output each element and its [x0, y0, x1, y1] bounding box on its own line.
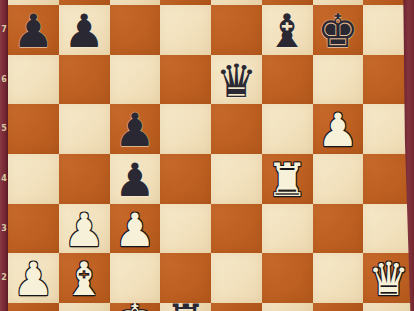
piece-white-rook: ♜	[267, 157, 308, 203]
square-g1	[313, 303, 364, 311]
rank-label-4: 4	[0, 175, 8, 183]
square-g4	[313, 154, 364, 204]
square-f6	[262, 55, 313, 105]
rank-label-6: 6	[0, 76, 8, 84]
square-f1	[262, 303, 313, 311]
piece-white-pawn: ♟	[317, 107, 358, 153]
square-c6	[110, 55, 161, 105]
square-b4	[59, 154, 110, 204]
piece-black-pawn: ♟	[64, 8, 105, 54]
square-g6	[313, 55, 364, 105]
square-b7: ♟	[59, 5, 110, 55]
square-f7: ♝	[262, 5, 313, 55]
square-g3	[313, 204, 364, 254]
square-f4: ♜	[262, 154, 313, 204]
piece-white-king: ♚	[114, 303, 155, 311]
square-e2	[211, 253, 262, 303]
board-frame-left: 765432	[0, 0, 8, 311]
square-b1	[59, 303, 110, 311]
square-a7: ♟	[8, 5, 59, 55]
square-d6	[160, 55, 211, 105]
square-b3: ♟	[59, 204, 110, 254]
square-e4	[211, 154, 262, 204]
square-a2: ♟	[8, 253, 59, 303]
square-c4: ♟	[110, 154, 161, 204]
square-h1	[363, 303, 414, 311]
piece-black-pawn: ♟	[114, 157, 155, 203]
piece-black-king: ♚	[317, 8, 358, 54]
square-h2: ♛	[363, 253, 414, 303]
square-d5	[160, 104, 211, 154]
square-c2	[110, 253, 161, 303]
chess-diagram: ♜♜♟♟♝♚♛♟♟♟♜♟♟♟♝♛♚♜ 765432	[0, 0, 414, 311]
square-c3: ♟	[110, 204, 161, 254]
square-g2	[313, 253, 364, 303]
square-a5	[8, 104, 59, 154]
piece-black-queen: ♛	[216, 58, 257, 104]
square-e1	[211, 303, 262, 311]
square-b2: ♝	[59, 253, 110, 303]
square-h3	[363, 204, 414, 254]
square-d1: ♜	[160, 303, 211, 311]
square-d4	[160, 154, 211, 204]
square-e5	[211, 104, 262, 154]
square-a4	[8, 154, 59, 204]
square-b5	[59, 104, 110, 154]
square-c1: ♚	[110, 303, 161, 311]
piece-black-pawn: ♟	[13, 8, 54, 54]
square-f2	[262, 253, 313, 303]
square-b6	[59, 55, 110, 105]
square-a3	[8, 204, 59, 254]
piece-black-pawn: ♟	[114, 107, 155, 153]
piece-black-bishop: ♝	[267, 8, 308, 54]
piece-white-queen: ♛	[368, 256, 409, 302]
square-c7	[110, 5, 161, 55]
piece-white-pawn: ♟	[64, 207, 105, 253]
square-c5: ♟	[110, 104, 161, 154]
piece-white-pawn: ♟	[13, 256, 54, 302]
square-e3	[211, 204, 262, 254]
rank-label-7: 7	[0, 26, 8, 34]
square-a1	[8, 303, 59, 311]
square-d3	[160, 204, 211, 254]
square-e7	[211, 5, 262, 55]
square-d2	[160, 253, 211, 303]
rank-label-3: 3	[0, 225, 8, 233]
piece-black-rook: ♜	[13, 0, 54, 3]
square-g5: ♟	[313, 104, 364, 154]
piece-black-rook: ♜	[165, 303, 206, 311]
square-g7: ♚	[313, 5, 364, 55]
square-f5	[262, 104, 313, 154]
rank-label-5: 5	[0, 125, 8, 133]
square-f3	[262, 204, 313, 254]
board: ♜♜♟♟♝♚♛♟♟♟♜♟♟♟♝♛♚♜	[8, 0, 414, 311]
rank-label-2: 2	[0, 274, 8, 282]
square-a6	[8, 55, 59, 105]
square-e6: ♛	[211, 55, 262, 105]
piece-white-bishop: ♝	[64, 256, 105, 302]
piece-white-pawn: ♟	[114, 207, 155, 253]
piece-black-rook: ♜	[216, 0, 257, 3]
square-d7	[160, 5, 211, 55]
